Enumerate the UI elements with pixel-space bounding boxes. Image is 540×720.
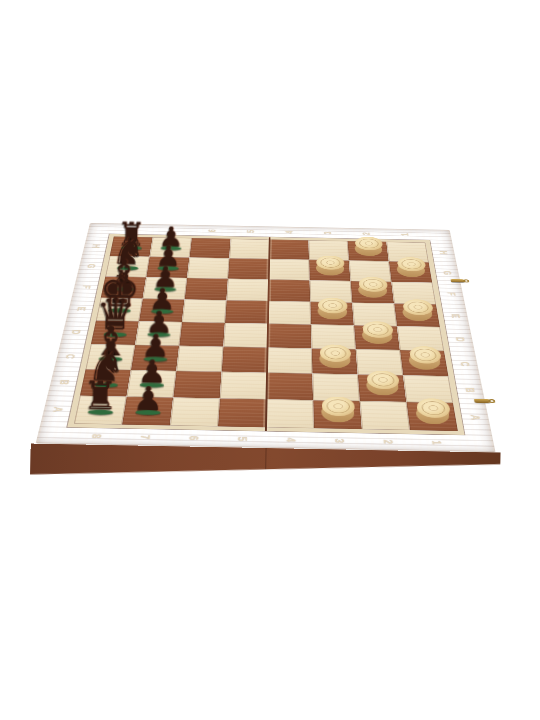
coord-label-back-5: 5 <box>244 227 257 236</box>
rook-glyph: ♜ <box>67 376 134 414</box>
square-h4 <box>269 240 309 260</box>
coord-label-back-1: 1 <box>398 230 412 239</box>
coord-label-back-3: 3 <box>321 229 334 238</box>
square-f4 <box>268 280 310 302</box>
chess-checkers-board: HGFEDCBAHGFEDCBA87654321654321♜♞♝♛♚♝♞♜♟♟… <box>36 223 496 452</box>
piece-stand: ♜ <box>67 376 134 414</box>
square-g5 <box>228 258 269 279</box>
checker-top <box>316 255 345 270</box>
product-photo-scene: HGFEDCBAHGFEDCBA87654321654321♜♞♝♛♚♝♞♜♟♟… <box>0 0 540 720</box>
coord-label-back-4: 4 <box>283 228 296 237</box>
square-e4 <box>268 301 311 324</box>
coord-label-right-H: H <box>436 248 451 257</box>
brass-clasp-1 <box>451 279 466 282</box>
board-wrapper: HGFEDCBAHGFEDCBA87654321654321♜♞♝♛♚♝♞♜♟♟… <box>36 0 505 452</box>
square-h5 <box>229 239 269 259</box>
brass-clasp-2 <box>474 399 491 403</box>
